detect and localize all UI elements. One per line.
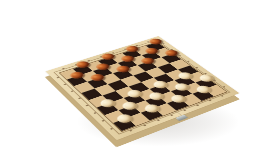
frame-hole-dot [208,100,211,102]
frame-hole-dot [135,45,138,46]
frame-hole-dot [195,66,198,67]
frame-hole-dot [223,86,226,87]
frame-hole-dot [78,97,81,99]
frame-hole-dot [143,125,146,127]
frame-hole-dot [70,90,73,92]
frame-hole-dot [112,52,115,53]
frame-hole-dot [213,79,216,80]
frame-hole-dot [162,43,165,44]
frame-hole-dot [56,77,59,78]
frame-hole-dot [93,112,96,114]
frame-hole-dot [178,54,181,55]
frame-hole-dot [62,68,65,69]
frame-hole-dot [221,95,224,97]
frame-hole-dot [129,130,132,132]
frame-hole-dot [183,110,186,112]
frame-hole-dot [196,105,199,107]
frame-hole-dot [85,104,88,106]
product-photo-scene [0,0,262,164]
frame-hole-dot [110,128,113,130]
frame-hole-dot [87,60,90,61]
frame-hole-dot [170,115,173,117]
frame-hole-dot [187,60,190,61]
frame-hole-dot [63,83,66,84]
frame-hole-dot [101,120,104,122]
frame-hole-dot [156,120,159,122]
